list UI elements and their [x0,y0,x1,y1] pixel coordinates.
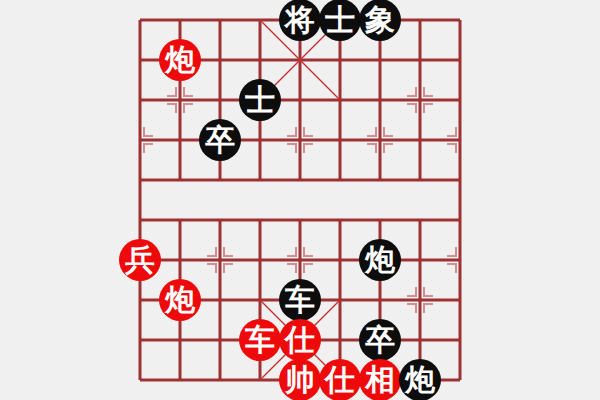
piece-red-chariot[interactable]: 车 [239,319,281,361]
piece-black-cannon[interactable]: 炮 [359,239,401,281]
piece-black-advisor[interactable]: 士 [319,0,361,41]
piece-red-cannon[interactable]: 炮 [159,279,201,321]
piece-red-general[interactable]: 帅 [279,359,321,400]
pieces-layer: 将士象炮士卒兵炮炮车车仕卒帅仕相炮 [0,0,600,400]
piece-black-cannon[interactable]: 炮 [399,359,441,400]
piece-red-cannon[interactable]: 炮 [159,39,201,81]
board[interactable]: 将士象炮士卒兵炮炮车车仕卒帅仕相炮 [0,0,600,400]
piece-black-general[interactable]: 将 [279,0,321,41]
piece-black-soldier[interactable]: 卒 [199,119,241,161]
piece-black-advisor[interactable]: 士 [239,79,281,121]
piece-red-advisor[interactable]: 仕 [279,319,321,361]
piece-black-soldier[interactable]: 卒 [359,319,401,361]
piece-black-elephant[interactable]: 象 [359,0,401,41]
piece-red-elephant[interactable]: 相 [359,359,401,400]
app-background: 将士象炮士卒兵炮炮车车仕卒帅仕相炮 [0,0,600,400]
piece-red-soldier[interactable]: 兵 [119,239,161,281]
piece-black-chariot[interactable]: 车 [279,279,321,321]
piece-red-advisor[interactable]: 仕 [319,359,361,400]
